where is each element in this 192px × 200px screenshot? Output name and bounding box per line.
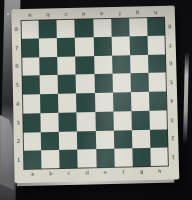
square-e2 [95,130,114,149]
file-label-bottom-g: g [133,167,152,181]
square-h5 [148,73,167,92]
square-h2 [150,129,169,148]
square-g3 [131,111,150,130]
square-a5 [22,76,40,95]
square-h8 [147,17,166,36]
square-h1 [150,148,169,167]
square-c5 [58,75,77,94]
file-label-top-c: c [56,8,74,19]
square-d6 [76,56,95,75]
square-b6 [39,56,57,75]
file-label-bottom-d: d [78,168,96,182]
square-b5 [40,75,58,94]
square-b2 [41,131,60,150]
square-f2 [113,130,132,149]
square-c4 [58,93,77,112]
square-e3 [95,111,114,130]
rank-label-left-7: 7 [12,39,21,58]
square-d7 [75,37,93,56]
rank-label-right-8: 8 [165,17,175,36]
square-g1 [132,148,151,167]
square-d3 [77,112,96,131]
rank-label-right-2: 2 [168,129,179,148]
vinyl-edge-glint [183,52,189,144]
square-e7 [93,37,112,56]
file-label-bottom-f: f [114,167,133,181]
square-d2 [77,131,96,150]
margin-corner-top-right [165,6,175,17]
square-g2 [132,129,151,148]
square-d4 [76,93,95,112]
chessboard-grid: abcdefgh8877665544332211abcdefgh [11,6,179,184]
square-c8 [57,19,75,38]
square-a7 [21,38,39,57]
square-c1 [59,150,78,169]
photo-scene: abcdefgh8877665544332211abcdefgh [0,0,192,200]
file-label-top-b: b [38,8,56,19]
file-label-bottom-a: a [23,169,41,183]
rank-label-right-3: 3 [167,110,178,129]
file-label-top-e: e [93,7,111,18]
square-e6 [94,55,113,74]
margin-corner-bottom-right [169,166,179,179]
square-b8 [39,19,57,38]
square-b1 [41,150,60,169]
square-a3 [22,113,41,132]
square-g8 [129,17,148,36]
rank-label-left-5: 5 [13,76,22,95]
file-label-top-h: h [147,6,165,17]
square-f1 [114,149,133,168]
rank-label-left-4: 4 [13,95,22,114]
chessboard: abcdefgh8877665544332211abcdefgh [11,6,179,184]
square-e5 [94,74,113,93]
rank-label-left-3: 3 [13,113,22,132]
rank-label-left-6: 6 [12,57,21,76]
square-c7 [57,37,75,56]
square-e4 [94,93,113,112]
square-h3 [149,110,168,129]
dust-speck [7,13,9,15]
square-f6 [112,55,131,74]
file-label-bottom-h: h [151,167,170,181]
file-label-top-g: g [129,6,147,17]
file-label-bottom-b: b [42,169,60,183]
rank-label-right-7: 7 [165,35,175,54]
square-c3 [59,112,78,131]
square-h6 [148,54,167,73]
rank-label-right-5: 5 [166,72,176,91]
rank-label-right-1: 1 [168,147,179,166]
square-g5 [130,73,149,92]
square-h7 [147,35,166,54]
square-c6 [57,56,75,75]
file-label-bottom-c: c [60,169,78,183]
square-f8 [111,18,130,37]
square-b7 [39,38,57,57]
rank-label-left-2: 2 [14,132,23,151]
file-label-top-d: d [74,7,92,18]
square-f3 [113,111,132,130]
file-label-bottom-e: e [96,168,114,182]
square-g4 [131,92,150,111]
square-f7 [111,36,130,55]
square-e8 [93,18,111,37]
file-label-top-a: a [20,9,38,20]
square-g6 [130,54,149,73]
square-d8 [75,18,93,37]
square-d5 [76,74,95,93]
rank-label-right-4: 4 [167,91,177,110]
square-a8 [21,20,39,39]
square-a1 [23,151,42,170]
rank-label-left-1: 1 [14,151,23,170]
square-g7 [129,36,148,55]
rank-label-left-8: 8 [12,20,21,39]
file-label-top-f: f [111,7,129,18]
square-b3 [40,113,59,132]
square-f4 [113,92,132,111]
rank-label-right-6: 6 [166,54,176,73]
square-f5 [112,73,131,92]
square-a2 [23,132,42,151]
square-a4 [22,94,40,113]
square-d1 [78,149,97,168]
square-a6 [21,57,39,76]
square-e1 [96,149,115,168]
square-c2 [59,131,78,150]
square-b4 [40,94,59,113]
square-h4 [149,91,168,110]
margin-corner-bottom-left [14,170,23,183]
margin-corner-top-left [11,9,20,20]
